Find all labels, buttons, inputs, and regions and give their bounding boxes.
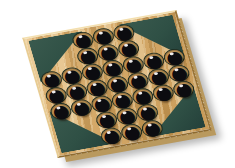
board-cell: [181, 111, 206, 131]
marble-peg[interactable]: ●: [121, 122, 142, 142]
solitaire-board-wrap: ●●●●●●●●●●●●●●●●●●●●●●●●●●●●●●●●●: [22, 10, 211, 158]
marble-peg[interactable]: ●: [101, 126, 122, 146]
marble-peg[interactable]: ●: [142, 119, 163, 139]
board-grid: ●●●●●●●●●●●●●●●●●●●●●●●●●●●●●●●●●: [29, 16, 204, 153]
solitaire-board: ●●●●●●●●●●●●●●●●●●●●●●●●●●●●●●●●●: [22, 10, 211, 158]
photo-stage: ●●●●●●●●●●●●●●●●●●●●●●●●●●●●●●●●●: [0, 0, 235, 168]
